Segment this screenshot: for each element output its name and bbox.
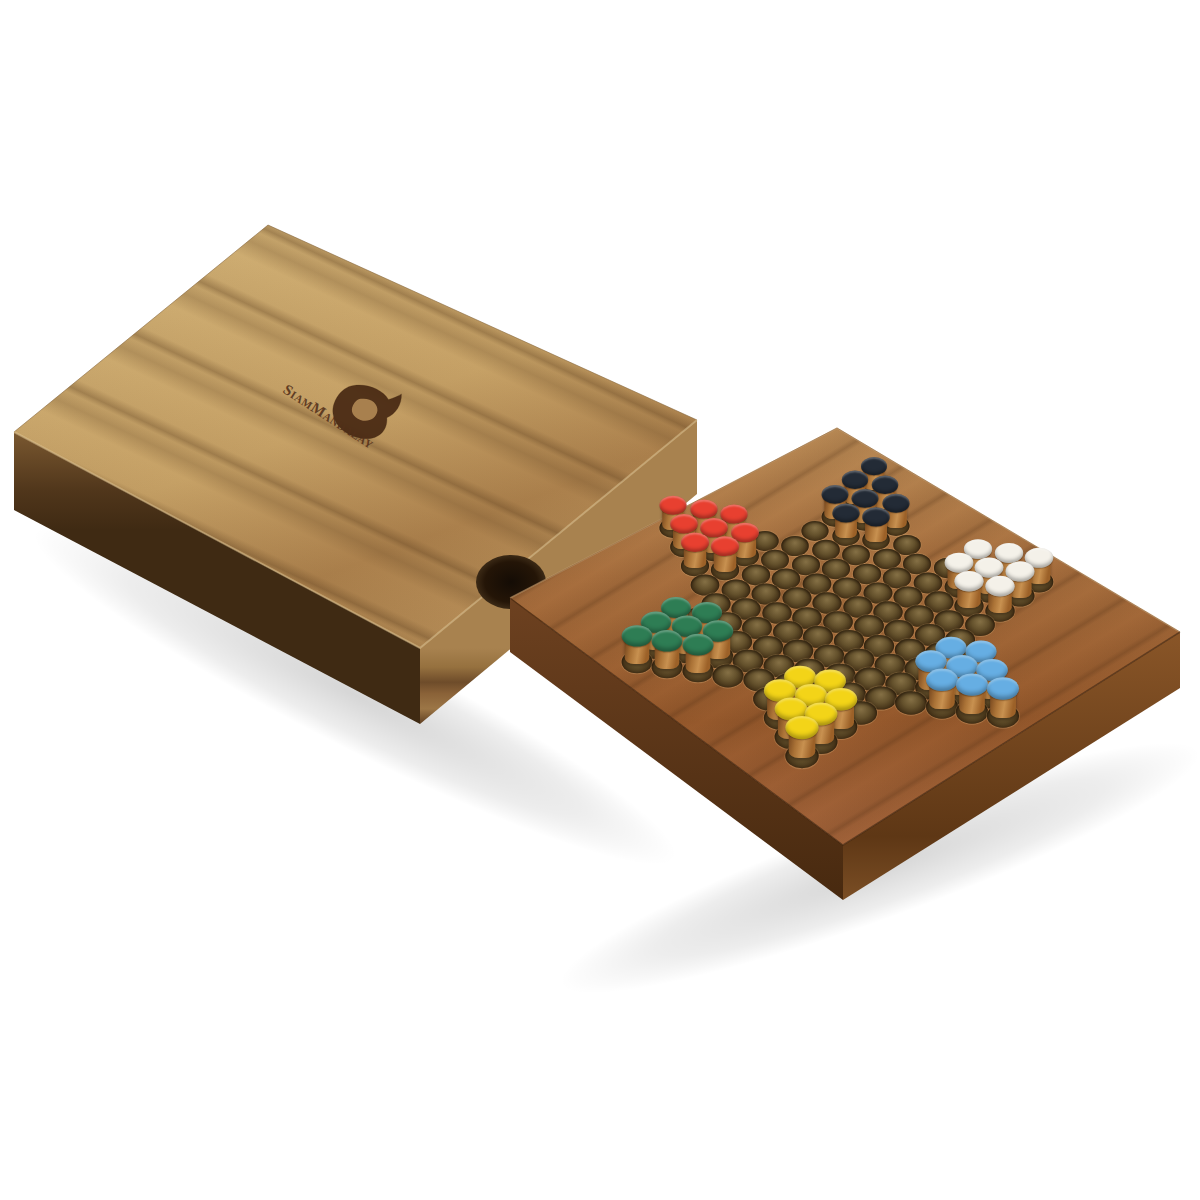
wood-scene-svg: SiamMandalay (0, 0, 1200, 1200)
product-photo-scene: SiamMandalay (0, 0, 1200, 1200)
